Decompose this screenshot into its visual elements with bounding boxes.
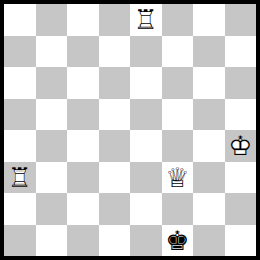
square-e4[interactable] [130, 130, 162, 162]
square-g1[interactable] [193, 225, 225, 257]
square-c5[interactable] [67, 99, 99, 131]
piece-outline: ♕ [162, 162, 194, 194]
square-b5[interactable] [36, 99, 68, 131]
square-a3[interactable]: ♜♖ [4, 162, 36, 194]
square-h5[interactable] [225, 99, 257, 131]
square-f8[interactable] [162, 4, 194, 36]
square-h1[interactable] [225, 225, 257, 257]
square-c4[interactable] [67, 130, 99, 162]
square-f7[interactable] [162, 36, 194, 68]
square-e8[interactable]: ♜♖ [130, 4, 162, 36]
square-g7[interactable] [193, 36, 225, 68]
square-d7[interactable] [99, 36, 131, 68]
white-king[interactable]: ♚♔ [225, 130, 257, 162]
square-c2[interactable] [67, 193, 99, 225]
square-a5[interactable] [4, 99, 36, 131]
square-e3[interactable] [130, 162, 162, 194]
square-b3[interactable] [36, 162, 68, 194]
square-e7[interactable] [130, 36, 162, 68]
square-g8[interactable] [193, 4, 225, 36]
chess-board: ♜♖♚♔♜♖♛♕♚ [0, 0, 260, 260]
square-g3[interactable] [193, 162, 225, 194]
square-f2[interactable] [162, 193, 194, 225]
piece-outline: ♖ [130, 4, 162, 36]
square-c3[interactable] [67, 162, 99, 194]
square-a2[interactable] [4, 193, 36, 225]
square-b7[interactable] [36, 36, 68, 68]
square-g6[interactable] [193, 67, 225, 99]
square-h8[interactable] [225, 4, 257, 36]
square-c6[interactable] [67, 67, 99, 99]
square-g4[interactable] [193, 130, 225, 162]
square-b1[interactable] [36, 225, 68, 257]
square-f4[interactable] [162, 130, 194, 162]
square-d6[interactable] [99, 67, 131, 99]
white-queen[interactable]: ♛♕ [162, 162, 194, 194]
square-a7[interactable] [4, 36, 36, 68]
square-h6[interactable] [225, 67, 257, 99]
square-d2[interactable] [99, 193, 131, 225]
square-c1[interactable] [67, 225, 99, 257]
square-e5[interactable] [130, 99, 162, 131]
square-e2[interactable] [130, 193, 162, 225]
square-d8[interactable] [99, 4, 131, 36]
square-c7[interactable] [67, 36, 99, 68]
white-rook[interactable]: ♜♖ [4, 162, 36, 194]
square-d3[interactable] [99, 162, 131, 194]
square-d5[interactable] [99, 99, 131, 131]
square-b8[interactable] [36, 4, 68, 36]
square-f5[interactable] [162, 99, 194, 131]
square-b2[interactable] [36, 193, 68, 225]
white-rook[interactable]: ♜♖ [130, 4, 162, 36]
square-a8[interactable] [4, 4, 36, 36]
piece-outline: ♖ [4, 162, 36, 194]
square-e6[interactable] [130, 67, 162, 99]
square-b4[interactable] [36, 130, 68, 162]
black-king[interactable]: ♚ [162, 225, 194, 257]
square-a4[interactable] [4, 130, 36, 162]
square-c8[interactable] [67, 4, 99, 36]
square-a1[interactable] [4, 225, 36, 257]
piece-outline: ♔ [225, 130, 257, 162]
square-h7[interactable] [225, 36, 257, 68]
square-a6[interactable] [4, 67, 36, 99]
square-f1[interactable]: ♚ [162, 225, 194, 257]
square-g2[interactable] [193, 193, 225, 225]
square-b6[interactable] [36, 67, 68, 99]
square-d1[interactable] [99, 225, 131, 257]
square-g5[interactable] [193, 99, 225, 131]
square-f6[interactable] [162, 67, 194, 99]
square-d4[interactable] [99, 130, 131, 162]
square-h4[interactable]: ♚♔ [225, 130, 257, 162]
square-h3[interactable] [225, 162, 257, 194]
square-f3[interactable]: ♛♕ [162, 162, 194, 194]
square-h2[interactable] [225, 193, 257, 225]
square-e1[interactable] [130, 225, 162, 257]
